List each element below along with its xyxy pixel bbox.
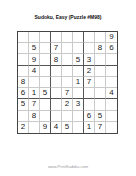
sudoku-cell-r8c2: 8	[29, 111, 40, 122]
sudoku-cell-r7c3	[40, 99, 51, 110]
sudoku-cell-r6c8	[95, 88, 106, 99]
sudoku-cell-r2c9: 6	[106, 43, 117, 54]
sudoku-cell-r3c3	[40, 54, 51, 65]
sudoku-cell-r7c5: 2	[62, 99, 73, 110]
sudoku-cell-r1c5	[62, 32, 73, 43]
sudoku-cell-r1c7	[84, 32, 95, 43]
sudoku-cell-r6c3: 5	[40, 88, 51, 99]
sudoku-cell-r7c9	[106, 99, 117, 110]
sudoku-cell-r3c4: 8	[51, 54, 62, 65]
sudoku-cell-r6c4	[51, 88, 62, 99]
sudoku-cell-r1c8	[95, 32, 106, 43]
sudoku-cell-r4c2: 4	[29, 66, 40, 77]
sudoku-cell-r5c9	[106, 77, 117, 88]
sudoku-cell-r7c6: 3	[73, 99, 84, 110]
sudoku-cell-r2c5	[62, 43, 73, 54]
sudoku-cell-r8c7: 6	[84, 111, 95, 122]
sudoku-cell-r9c6	[73, 122, 84, 133]
sudoku-cell-r9c3: 9	[40, 122, 51, 133]
sudoku-cell-r4c3	[40, 66, 51, 77]
sudoku-cell-r5c2	[29, 77, 40, 88]
sudoku-cell-r6c2: 1	[29, 88, 40, 99]
sudoku-cell-r4c4	[51, 66, 62, 77]
sudoku-cell-r4c9	[106, 66, 117, 77]
sudoku-cell-r8c3	[40, 111, 51, 122]
sudoku-page: Sudoku, Easy (Puzzle #M98) 9578698534281…	[0, 0, 136, 176]
sudoku-cell-r4c1	[18, 66, 29, 77]
sudoku-cell-r5c7: 7	[84, 77, 95, 88]
page-footer: www.PrintSudoku.com	[0, 164, 136, 169]
sudoku-grid: 95786985342817615745723865294517	[17, 31, 118, 134]
sudoku-cell-r6c9: 4	[106, 88, 117, 99]
sudoku-cell-r4c6	[73, 66, 84, 77]
sudoku-cell-r3c5	[62, 54, 73, 65]
sudoku-cell-r7c8	[95, 99, 106, 110]
sudoku-cell-r4c5	[62, 66, 73, 77]
sudoku-cell-r5c6: 1	[73, 77, 84, 88]
sudoku-cell-r5c1: 8	[18, 77, 29, 88]
sudoku-cell-r9c9	[106, 122, 117, 133]
sudoku-cell-r6c6	[73, 88, 84, 99]
sudoku-cell-r4c8	[95, 66, 106, 77]
sudoku-cell-r7c7	[84, 99, 95, 110]
sudoku-cell-r1c9: 9	[106, 32, 117, 43]
sudoku-cell-r9c4: 4	[51, 122, 62, 133]
sudoku-cell-r2c1	[18, 43, 29, 54]
sudoku-cell-r9c2	[29, 122, 40, 133]
sudoku-cell-r5c3	[40, 77, 51, 88]
sudoku-cell-r1c4	[51, 32, 62, 43]
sudoku-cell-r3c9	[106, 54, 117, 65]
sudoku-cell-r3c1	[18, 54, 29, 65]
sudoku-cell-r2c3	[40, 43, 51, 54]
sudoku-cell-r1c3	[40, 32, 51, 43]
sudoku-cell-r3c6: 5	[73, 54, 84, 65]
sudoku-cell-r8c1	[18, 111, 29, 122]
sudoku-cell-r8c6	[73, 111, 84, 122]
sudoku-cell-r5c4	[51, 77, 62, 88]
sudoku-cell-r7c1: 5	[18, 99, 29, 110]
sudoku-cell-r5c5	[62, 77, 73, 88]
sudoku-cell-r3c2: 9	[29, 54, 40, 65]
sudoku-cell-r7c4	[51, 99, 62, 110]
sudoku-cell-r7c2: 7	[29, 99, 40, 110]
sudoku-cell-r2c7	[84, 43, 95, 54]
sudoku-cell-r9c8: 7	[95, 122, 106, 133]
sudoku-cell-r2c4: 7	[51, 43, 62, 54]
sudoku-cell-r9c7: 1	[84, 122, 95, 133]
sudoku-cell-r3c8	[95, 54, 106, 65]
sudoku-cell-r1c1	[18, 32, 29, 43]
sudoku-cell-r4c7: 2	[84, 66, 95, 77]
page-title: Sudoku, Easy (Puzzle #M98)	[0, 14, 136, 20]
sudoku-cell-r9c1: 2	[18, 122, 29, 133]
sudoku-cell-r2c2: 5	[29, 43, 40, 54]
sudoku-cell-r8c5	[62, 111, 73, 122]
sudoku-cell-r9c5: 5	[62, 122, 73, 133]
sudoku-cell-r1c6	[73, 32, 84, 43]
sudoku-cell-r8c4	[51, 111, 62, 122]
sudoku-cell-r6c5: 7	[62, 88, 73, 99]
sudoku-cell-r6c1: 6	[18, 88, 29, 99]
sudoku-cell-r2c8: 8	[95, 43, 106, 54]
sudoku-cell-r5c8	[95, 77, 106, 88]
sudoku-cell-r2c6	[73, 43, 84, 54]
sudoku-cell-r8c8: 5	[95, 111, 106, 122]
sudoku-cell-r3c7: 3	[84, 54, 95, 65]
sudoku-cell-r1c2	[29, 32, 40, 43]
sudoku-cell-r8c9	[106, 111, 117, 122]
sudoku-cell-r6c7	[84, 88, 95, 99]
